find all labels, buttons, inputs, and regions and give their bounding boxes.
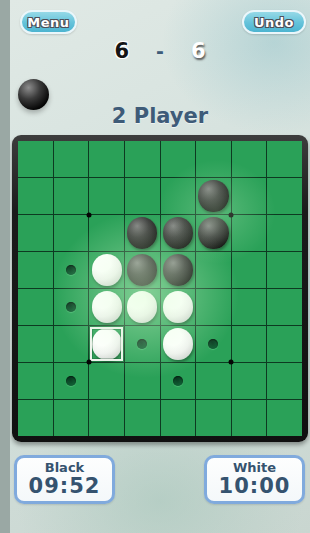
cell-e1[interactable] [161, 141, 196, 177]
cell-f2[interactable]: ● [196, 178, 231, 214]
cell-f6[interactable] [196, 326, 231, 362]
game-mode-label: 2 Player [10, 104, 310, 128]
legal-move-hint[interactable] [137, 339, 147, 349]
black-clock-label: Black [45, 461, 85, 475]
cell-h6[interactable] [267, 326, 302, 362]
black-piece: ● [163, 254, 193, 285]
cell-b7[interactable] [54, 363, 89, 399]
menu-button[interactable]: Menu [20, 10, 77, 34]
score-display: 6 - 6 [10, 41, 310, 62]
board-star-point [229, 212, 234, 217]
cell-e5[interactable]: ○ [161, 289, 196, 325]
cell-e4[interactable]: ● [161, 252, 196, 288]
black-piece: ● [127, 254, 157, 285]
cell-g1[interactable] [232, 141, 267, 177]
white-clock-time: 10:00 [219, 475, 291, 498]
white-piece: ○ [127, 291, 157, 322]
cell-b2[interactable] [54, 178, 89, 214]
cell-f1[interactable] [196, 141, 231, 177]
cell-e8[interactable] [161, 400, 196, 436]
cell-d2[interactable] [125, 178, 160, 214]
cell-g4[interactable] [232, 252, 267, 288]
cell-b4[interactable] [54, 252, 89, 288]
cell-h8[interactable] [267, 400, 302, 436]
cell-f7[interactable] [196, 363, 231, 399]
cell-g7[interactable] [232, 363, 267, 399]
cell-e3[interactable]: ● [161, 215, 196, 251]
black-piece: ● [198, 180, 228, 211]
cell-d4[interactable]: ● [125, 252, 160, 288]
white-piece: ○ [92, 291, 122, 322]
cell-d7[interactable] [125, 363, 160, 399]
cell-h4[interactable] [267, 252, 302, 288]
white-piece: ○ [163, 291, 193, 322]
cell-a1[interactable] [18, 141, 53, 177]
cell-h1[interactable] [267, 141, 302, 177]
cell-h2[interactable] [267, 178, 302, 214]
black-clock-time: 09:52 [29, 475, 101, 498]
cell-g8[interactable] [232, 400, 267, 436]
cell-a8[interactable] [18, 400, 53, 436]
board-star-point [87, 360, 92, 365]
cell-g6[interactable] [232, 326, 267, 362]
cell-b3[interactable] [54, 215, 89, 251]
cell-b5[interactable] [54, 289, 89, 325]
cell-c1[interactable] [89, 141, 124, 177]
board-grid: ●●●●○●●○○○○○ [18, 141, 302, 436]
white-clock: White 10:00 [204, 455, 305, 504]
cell-c8[interactable] [89, 400, 124, 436]
cell-c4[interactable]: ○ [89, 252, 124, 288]
cell-d5[interactable]: ○ [125, 289, 160, 325]
cell-f5[interactable] [196, 289, 231, 325]
cell-h3[interactable] [267, 215, 302, 251]
legal-move-hint[interactable] [66, 302, 76, 312]
cell-c2[interactable] [89, 178, 124, 214]
cell-a4[interactable] [18, 252, 53, 288]
white-score: 6 [191, 41, 206, 62]
cell-c7[interactable] [89, 363, 124, 399]
legal-move-hint[interactable] [66, 265, 76, 275]
legal-move-hint[interactable] [173, 376, 183, 386]
cell-g5[interactable] [232, 289, 267, 325]
board-star-point [87, 212, 92, 217]
board-star-point [229, 360, 234, 365]
undo-button[interactable]: Undo [242, 10, 306, 34]
cell-g2[interactable] [232, 178, 267, 214]
cell-a7[interactable] [18, 363, 53, 399]
cell-b8[interactable] [54, 400, 89, 436]
black-score: 6 [114, 41, 129, 62]
cell-e6[interactable]: ○ [161, 326, 196, 362]
cell-h7[interactable] [267, 363, 302, 399]
cell-f8[interactable] [196, 400, 231, 436]
cell-d6[interactable] [125, 326, 160, 362]
legal-move-hint[interactable] [208, 339, 218, 349]
black-piece: ● [163, 217, 193, 248]
cell-f4[interactable] [196, 252, 231, 288]
cell-d3[interactable]: ● [125, 215, 160, 251]
score-separator: - [156, 42, 164, 61]
cell-e7[interactable] [161, 363, 196, 399]
cell-a3[interactable] [18, 215, 53, 251]
cell-d8[interactable] [125, 400, 160, 436]
white-clock-label: White [233, 461, 276, 475]
cell-h5[interactable] [267, 289, 302, 325]
black-piece: ● [127, 217, 157, 248]
cell-f3[interactable]: ● [196, 215, 231, 251]
cell-a5[interactable] [18, 289, 53, 325]
cell-c3[interactable] [89, 215, 124, 251]
cell-a2[interactable] [18, 178, 53, 214]
white-piece: ○ [163, 328, 193, 359]
black-piece: ● [198, 217, 228, 248]
othello-board: ●●●●○●●○○○○○ [12, 135, 308, 442]
legal-move-hint[interactable] [66, 376, 76, 386]
cell-a6[interactable] [18, 326, 53, 362]
app-screen: Menu Undo 6 - 6 2 Player ●●●●○●●○○○○○ Bl… [10, 0, 310, 533]
cell-d1[interactable] [125, 141, 160, 177]
cell-c5[interactable]: ○ [89, 289, 124, 325]
cell-g3[interactable] [232, 215, 267, 251]
black-clock: Black 09:52 [14, 455, 115, 504]
last-move-highlight [90, 327, 123, 361]
cell-b1[interactable] [54, 141, 89, 177]
white-piece: ○ [92, 254, 122, 285]
cell-b6[interactable] [54, 326, 89, 362]
cell-c6[interactable]: ○ [89, 326, 124, 362]
cell-e2[interactable] [161, 178, 196, 214]
